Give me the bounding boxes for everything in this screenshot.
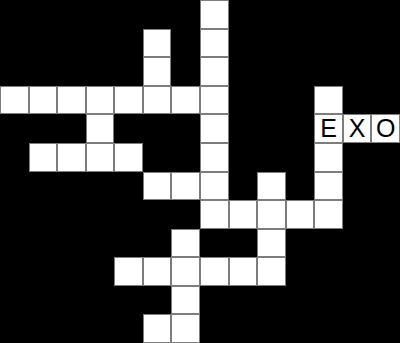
black-cell-r0c3: [86, 0, 115, 29]
black-cell-r6c0: [0, 172, 29, 201]
black-cell-r11c0: [0, 314, 29, 343]
black-cell-r5c12: [343, 143, 372, 172]
empty-cell-r2c5[interactable]: [143, 57, 172, 86]
black-cell-r11c4: [114, 314, 143, 343]
black-cell-r1c4: [114, 29, 143, 58]
empty-cell-r5c1[interactable]: [29, 143, 58, 172]
black-cell-r5c9: [257, 143, 286, 172]
black-cell-r11c3: [86, 314, 115, 343]
black-cell-r0c0: [0, 0, 29, 29]
letter-cell-r4c12[interactable]: X: [343, 114, 372, 143]
letter-cell-r4c13[interactable]: O: [371, 114, 400, 143]
black-cell-r0c1: [29, 0, 58, 29]
empty-cell-r9c7[interactable]: [200, 257, 229, 286]
empty-cell-r3c5[interactable]: [143, 86, 172, 115]
black-cell-r1c13: [371, 29, 400, 58]
empty-cell-r5c11[interactable]: [314, 143, 343, 172]
empty-cell-r6c9[interactable]: [257, 172, 286, 201]
black-cell-r9c11: [314, 257, 343, 286]
black-cell-r11c11: [314, 314, 343, 343]
black-cell-r11c8: [229, 314, 258, 343]
black-cell-r6c3: [86, 172, 115, 201]
black-cell-r0c2: [57, 0, 86, 29]
black-cell-r9c12: [343, 257, 372, 286]
black-cell-r6c10: [286, 172, 315, 201]
black-cell-r10c0: [0, 286, 29, 315]
empty-cell-r2c7[interactable]: [200, 57, 229, 86]
black-cell-r2c13: [371, 57, 400, 86]
black-cell-r4c2: [57, 114, 86, 143]
black-cell-r4c1: [29, 114, 58, 143]
black-cell-r10c11: [314, 286, 343, 315]
black-cell-r0c6: [171, 0, 200, 29]
empty-cell-r3c0[interactable]: [0, 86, 29, 115]
black-cell-r2c2: [57, 57, 86, 86]
black-cell-r9c3: [86, 257, 115, 286]
black-cell-r8c1: [29, 229, 58, 258]
black-cell-r5c6: [171, 143, 200, 172]
black-cell-r8c13: [371, 229, 400, 258]
black-cell-r8c0: [0, 229, 29, 258]
black-cell-r8c10: [286, 229, 315, 258]
black-cell-r0c10: [286, 0, 315, 29]
empty-cell-r3c6[interactable]: [171, 86, 200, 115]
black-cell-r8c3: [86, 229, 115, 258]
empty-cell-r7c7[interactable]: [200, 200, 229, 229]
black-cell-r6c12: [343, 172, 372, 201]
black-cell-r7c13: [371, 200, 400, 229]
black-cell-r7c5: [143, 200, 172, 229]
black-cell-r5c0: [0, 143, 29, 172]
empty-cell-r3c7[interactable]: [200, 86, 229, 115]
empty-cell-r6c7[interactable]: [200, 172, 229, 201]
empty-cell-r9c4[interactable]: [114, 257, 143, 286]
black-cell-r10c7: [200, 286, 229, 315]
black-cell-r8c11: [314, 229, 343, 258]
black-cell-r4c9: [257, 114, 286, 143]
empty-cell-r5c3[interactable]: [86, 143, 115, 172]
empty-cell-r3c3[interactable]: [86, 86, 115, 115]
black-cell-r2c10: [286, 57, 315, 86]
empty-cell-r7c11[interactable]: [314, 200, 343, 229]
black-cell-r3c10: [286, 86, 315, 115]
empty-cell-r4c7[interactable]: [200, 114, 229, 143]
black-cell-r2c0: [0, 57, 29, 86]
empty-cell-r7c9[interactable]: [257, 200, 286, 229]
black-cell-r5c10: [286, 143, 315, 172]
black-cell-r5c5: [143, 143, 172, 172]
black-cell-r2c3: [86, 57, 115, 86]
black-cell-r11c7: [200, 314, 229, 343]
black-cell-r10c9: [257, 286, 286, 315]
empty-cell-r9c6[interactable]: [171, 257, 200, 286]
black-cell-r4c10: [286, 114, 315, 143]
black-cell-r6c4: [114, 172, 143, 201]
black-cell-r4c4: [114, 114, 143, 143]
black-cell-r7c1: [29, 200, 58, 229]
black-cell-r9c2: [57, 257, 86, 286]
black-cell-r2c4: [114, 57, 143, 86]
black-cell-r4c8: [229, 114, 258, 143]
black-cell-r7c2: [57, 200, 86, 229]
black-cell-r0c9: [257, 0, 286, 29]
empty-cell-r9c8[interactable]: [229, 257, 258, 286]
empty-cell-r5c4[interactable]: [114, 143, 143, 172]
black-cell-r0c8: [229, 0, 258, 29]
black-cell-r8c8: [229, 229, 258, 258]
black-cell-r11c10: [286, 314, 315, 343]
black-cell-r9c1: [29, 257, 58, 286]
black-cell-r10c13: [371, 286, 400, 315]
black-cell-r10c8: [229, 286, 258, 315]
black-cell-r7c6: [171, 200, 200, 229]
black-cell-r0c11: [314, 0, 343, 29]
black-cell-r1c12: [343, 29, 372, 58]
black-cell-r3c9: [257, 86, 286, 115]
black-cell-r11c13: [371, 314, 400, 343]
black-cell-r4c6: [171, 114, 200, 143]
black-cell-r6c13: [371, 172, 400, 201]
empty-cell-r1c5[interactable]: [143, 29, 172, 58]
empty-cell-r9c9[interactable]: [257, 257, 286, 286]
black-cell-r8c7: [200, 229, 229, 258]
black-cell-r1c9: [257, 29, 286, 58]
black-cell-r0c12: [343, 0, 372, 29]
empty-cell-r11c5[interactable]: [143, 314, 172, 343]
black-cell-r6c1: [29, 172, 58, 201]
black-cell-r2c8: [229, 57, 258, 86]
black-cell-r9c13: [371, 257, 400, 286]
black-cell-r11c1: [29, 314, 58, 343]
black-cell-r8c2: [57, 229, 86, 258]
black-cell-r7c12: [343, 200, 372, 229]
empty-cell-r9c5[interactable]: [143, 257, 172, 286]
black-cell-r6c2: [57, 172, 86, 201]
empty-cell-r0c7[interactable]: [200, 0, 229, 29]
black-cell-r2c1: [29, 57, 58, 86]
black-cell-r10c10: [286, 286, 315, 315]
black-cell-r11c2: [57, 314, 86, 343]
black-cell-r8c5: [143, 229, 172, 258]
black-cell-r5c8: [229, 143, 258, 172]
empty-cell-r3c11[interactable]: [314, 86, 343, 115]
black-cell-r1c0: [0, 29, 29, 58]
black-cell-r3c12: [343, 86, 372, 115]
black-cell-r1c2: [57, 29, 86, 58]
empty-cell-r8c9[interactable]: [257, 229, 286, 258]
black-cell-r6c8: [229, 172, 258, 201]
empty-cell-r5c7[interactable]: [200, 143, 229, 172]
black-cell-r4c5: [143, 114, 172, 143]
black-cell-r8c4: [114, 229, 143, 258]
black-cell-r4c0: [0, 114, 29, 143]
black-cell-r1c8: [229, 29, 258, 58]
empty-cell-r3c2[interactable]: [57, 86, 86, 115]
black-cell-r8c12: [343, 229, 372, 258]
letter-cell-r4c11[interactable]: E: [314, 114, 343, 143]
black-cell-r3c8: [229, 86, 258, 115]
black-cell-r10c1: [29, 286, 58, 315]
black-cell-r0c13: [371, 0, 400, 29]
black-cell-r10c5: [143, 286, 172, 315]
black-cell-r7c3: [86, 200, 115, 229]
black-cell-r10c3: [86, 286, 115, 315]
crossword-board: EXO: [0, 0, 400, 343]
black-cell-r9c0: [0, 257, 29, 286]
empty-cell-r6c5[interactable]: [143, 172, 172, 201]
empty-cell-r6c6[interactable]: [171, 172, 200, 201]
black-cell-r9c10: [286, 257, 315, 286]
empty-cell-r3c4[interactable]: [114, 86, 143, 115]
empty-cell-r6c11[interactable]: [314, 172, 343, 201]
black-cell-r1c10: [286, 29, 315, 58]
black-cell-r1c11: [314, 29, 343, 58]
black-cell-r10c12: [343, 286, 372, 315]
empty-cell-r7c10[interactable]: [286, 200, 315, 229]
black-cell-r0c4: [114, 0, 143, 29]
black-cell-r11c12: [343, 314, 372, 343]
empty-cell-r8c6[interactable]: [171, 229, 200, 258]
black-cell-r10c4: [114, 286, 143, 315]
black-cell-r7c0: [0, 200, 29, 229]
empty-cell-r5c2[interactable]: [57, 143, 86, 172]
black-cell-r10c2: [57, 286, 86, 315]
black-cell-r2c6: [171, 57, 200, 86]
black-cell-r3c13: [371, 86, 400, 115]
empty-cell-r3c1[interactable]: [29, 86, 58, 115]
black-cell-r1c1: [29, 29, 58, 58]
black-cell-r2c12: [343, 57, 372, 86]
black-cell-r2c9: [257, 57, 286, 86]
black-cell-r1c6: [171, 29, 200, 58]
black-cell-r7c4: [114, 200, 143, 229]
empty-cell-r10c6[interactable]: [171, 286, 200, 315]
black-cell-r5c13: [371, 143, 400, 172]
empty-cell-r1c7[interactable]: [200, 29, 229, 58]
black-cell-r11c9: [257, 314, 286, 343]
empty-cell-r11c6[interactable]: [171, 314, 200, 343]
black-cell-r1c3: [86, 29, 115, 58]
black-cell-r2c11: [314, 57, 343, 86]
black-cell-r0c5: [143, 0, 172, 29]
empty-cell-r7c8[interactable]: [229, 200, 258, 229]
empty-cell-r4c3[interactable]: [86, 114, 115, 143]
